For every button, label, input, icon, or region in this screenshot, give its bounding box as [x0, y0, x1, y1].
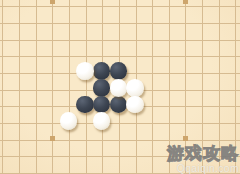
- star-point: [183, 0, 188, 4]
- grid-line-vertical: [169, 0, 170, 174]
- grid-line-vertical: [36, 0, 37, 174]
- grid-line-horizontal: [0, 6, 240, 7]
- white-stone: [76, 62, 94, 80]
- white-stone: [60, 112, 78, 130]
- grid-line-vertical: [86, 0, 87, 174]
- grid-line-horizontal: [0, 40, 240, 41]
- gomoku-board[interactable]: 游戏攻略 Qqaiqin.com: [0, 0, 240, 174]
- grid-line-vertical: [219, 0, 220, 174]
- grid-line-horizontal: [0, 123, 240, 124]
- white-stone: [110, 79, 128, 97]
- grid-line-horizontal: [0, 173, 240, 174]
- white-stone: [126, 96, 144, 114]
- grid-line-vertical: [2, 0, 3, 174]
- grid-line-vertical: [19, 0, 20, 174]
- grid-line-horizontal: [0, 56, 240, 57]
- black-stone: [110, 62, 128, 80]
- grid-line-horizontal: [0, 23, 240, 24]
- grid-line-vertical: [69, 0, 70, 174]
- star-point: [50, 0, 55, 4]
- white-stone: [126, 79, 144, 97]
- star-point: [50, 136, 55, 141]
- black-stone: [93, 96, 111, 114]
- grid-line-horizontal: [0, 140, 240, 141]
- grid-line-vertical: [202, 0, 203, 174]
- black-stone: [76, 96, 94, 114]
- star-point: [183, 136, 188, 141]
- white-stone: [93, 112, 111, 130]
- grid-line-horizontal: [0, 156, 240, 157]
- black-stone: [93, 62, 111, 80]
- grid-line-vertical: [152, 0, 153, 174]
- grid-line-vertical: [52, 0, 53, 174]
- black-stone: [110, 96, 128, 114]
- black-stone: [93, 79, 111, 97]
- grid-line-vertical: [235, 0, 236, 174]
- grid-line-vertical: [185, 0, 186, 174]
